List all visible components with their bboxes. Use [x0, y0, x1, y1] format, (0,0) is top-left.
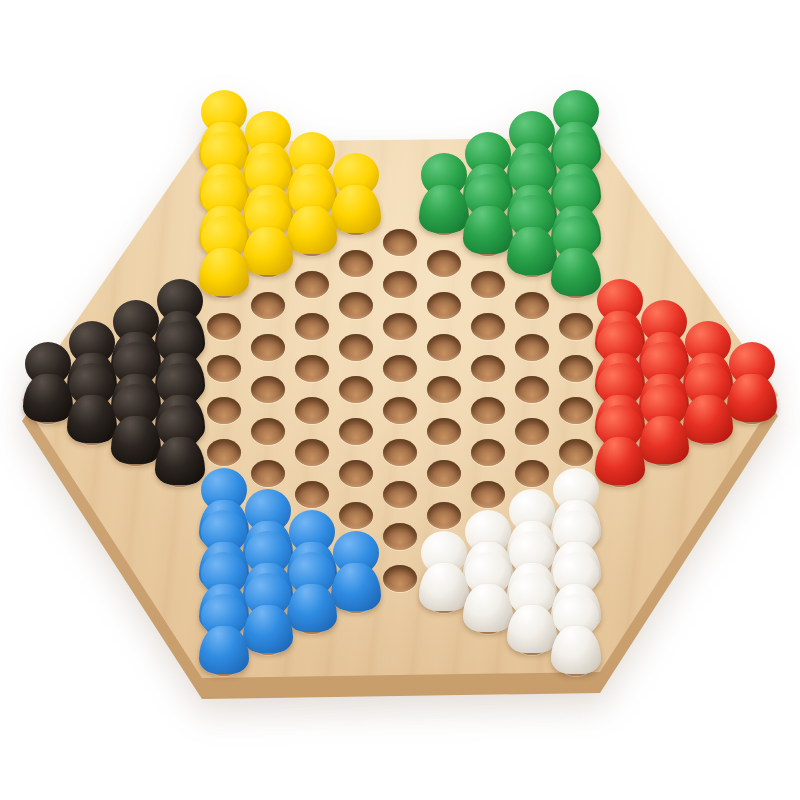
white-peg-body: [463, 584, 513, 632]
black-peg-body: [23, 374, 73, 422]
board-hole[interactable]: [339, 250, 373, 277]
board-hole[interactable]: [383, 523, 417, 550]
peg-yellow[interactable]: [199, 216, 249, 296]
peg-white[interactable]: [507, 573, 557, 653]
black-peg-body: [111, 416, 161, 464]
board-hole[interactable]: [251, 334, 285, 361]
peg-red[interactable]: [595, 405, 645, 485]
board-hole[interactable]: [295, 481, 329, 508]
white-peg-body: [419, 563, 469, 611]
board-hole[interactable]: [471, 313, 505, 340]
board-hole[interactable]: [339, 460, 373, 487]
peg-yellow[interactable]: [287, 174, 337, 254]
board-hole[interactable]: [251, 460, 285, 487]
board-hole[interactable]: [295, 271, 329, 298]
blue-peg-body: [331, 563, 381, 611]
board-hole[interactable]: [559, 355, 593, 382]
board-hole[interactable]: [471, 481, 505, 508]
board-hole[interactable]: [427, 292, 461, 319]
board: [0, 0, 800, 800]
peg-white[interactable]: [463, 552, 513, 632]
green-peg-body: [507, 227, 557, 275]
peg-yellow[interactable]: [331, 153, 381, 233]
peg-black[interactable]: [67, 363, 117, 443]
peg-blue[interactable]: [199, 594, 249, 674]
board-hole[interactable]: [295, 355, 329, 382]
board-hole[interactable]: [383, 313, 417, 340]
peg-blue[interactable]: [331, 531, 381, 611]
board-hole[interactable]: [207, 355, 241, 382]
board-hole[interactable]: [427, 418, 461, 445]
blue-peg-body: [243, 605, 293, 653]
yellow-peg-body: [199, 248, 249, 296]
peg-red[interactable]: [683, 363, 733, 443]
black-peg-body: [155, 437, 205, 485]
board-hole[interactable]: [559, 397, 593, 424]
board-hole[interactable]: [383, 229, 417, 256]
white-peg-body: [551, 626, 601, 674]
board-hole[interactable]: [427, 460, 461, 487]
board-hole[interactable]: [251, 418, 285, 445]
board-hole[interactable]: [251, 292, 285, 319]
board-hole[interactable]: [207, 313, 241, 340]
yellow-peg-body: [243, 227, 293, 275]
board-hole[interactable]: [383, 355, 417, 382]
peg-black[interactable]: [23, 342, 73, 422]
peg-blue[interactable]: [287, 552, 337, 632]
board-hole[interactable]: [339, 502, 373, 529]
board-hole[interactable]: [295, 439, 329, 466]
peg-white[interactable]: [419, 531, 469, 611]
peg-green[interactable]: [507, 195, 557, 275]
board-hole[interactable]: [515, 376, 549, 403]
board-hole[interactable]: [515, 460, 549, 487]
peg-yellow[interactable]: [243, 195, 293, 275]
board-hole[interactable]: [295, 313, 329, 340]
peg-green[interactable]: [419, 153, 469, 233]
peg-green[interactable]: [463, 174, 513, 254]
board-hole[interactable]: [383, 565, 417, 592]
peg-red[interactable]: [639, 384, 689, 464]
peg-red[interactable]: [727, 342, 777, 422]
board-hole[interactable]: [559, 439, 593, 466]
red-peg-body: [595, 437, 645, 485]
white-peg-body: [507, 605, 557, 653]
board-hole[interactable]: [207, 439, 241, 466]
board-hole[interactable]: [471, 439, 505, 466]
board-hole[interactable]: [383, 481, 417, 508]
yellow-peg-body: [331, 185, 381, 233]
board-hole[interactable]: [251, 376, 285, 403]
board-hole[interactable]: [383, 397, 417, 424]
board-hole[interactable]: [295, 397, 329, 424]
board-hole[interactable]: [383, 271, 417, 298]
green-peg-body: [419, 185, 469, 233]
board-hole[interactable]: [427, 376, 461, 403]
peg-blue[interactable]: [243, 573, 293, 653]
board-hole[interactable]: [471, 397, 505, 424]
board-hole[interactable]: [339, 334, 373, 361]
board-hole[interactable]: [515, 334, 549, 361]
peg-black[interactable]: [155, 405, 205, 485]
yellow-peg-body: [287, 206, 337, 254]
chinese-checkers-photo: [0, 0, 800, 800]
board-hole[interactable]: [427, 250, 461, 277]
board-hole[interactable]: [515, 418, 549, 445]
blue-peg-body: [199, 626, 249, 674]
board-hole[interactable]: [427, 334, 461, 361]
board-hole[interactable]: [471, 355, 505, 382]
green-peg-body: [551, 248, 601, 296]
red-peg-body: [639, 416, 689, 464]
peg-white[interactable]: [551, 594, 601, 674]
red-peg-body: [683, 395, 733, 443]
blue-peg-body: [287, 584, 337, 632]
board-hole[interactable]: [559, 313, 593, 340]
board-hole[interactable]: [207, 397, 241, 424]
board-hole[interactable]: [339, 292, 373, 319]
board-hole[interactable]: [515, 292, 549, 319]
peg-green[interactable]: [551, 216, 601, 296]
red-peg-body: [727, 374, 777, 422]
board-hole[interactable]: [339, 376, 373, 403]
board-hole[interactable]: [339, 418, 373, 445]
peg-black[interactable]: [111, 384, 161, 464]
board-hole[interactable]: [471, 271, 505, 298]
board-hole[interactable]: [427, 502, 461, 529]
green-peg-body: [463, 206, 513, 254]
black-peg-body: [67, 395, 117, 443]
board-hole[interactable]: [383, 439, 417, 466]
